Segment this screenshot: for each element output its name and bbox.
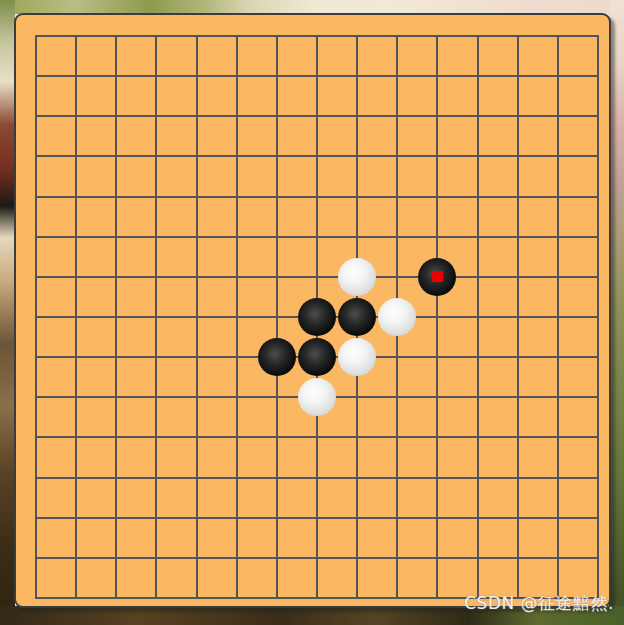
background-artwork-top (0, 0, 624, 14)
gomoku-app: CSDN @征途黯然. (0, 0, 624, 625)
white-stone (298, 378, 336, 416)
grid-line (35, 557, 599, 559)
white-stone (338, 258, 376, 296)
grid-line (35, 477, 599, 479)
grid-line (35, 517, 599, 519)
gomoku-board[interactable] (14, 13, 611, 608)
black-stone (298, 298, 336, 336)
grid-line (517, 35, 519, 599)
watermark-text: CSDN @征途黯然. (464, 592, 614, 615)
black-stone (418, 258, 456, 296)
grid-line (436, 35, 438, 599)
last-move-marker (432, 271, 443, 282)
white-stone (338, 338, 376, 376)
black-stone (258, 338, 296, 376)
background-artwork-left (0, 0, 15, 625)
grid-line (557, 35, 559, 599)
grid-line (35, 436, 599, 438)
background-artwork-right (609, 0, 624, 625)
black-stone (338, 298, 376, 336)
grid-line (477, 35, 479, 599)
black-stone (298, 338, 336, 376)
white-stone (378, 298, 416, 336)
board-grid[interactable] (35, 35, 599, 599)
grid-line (597, 35, 599, 599)
